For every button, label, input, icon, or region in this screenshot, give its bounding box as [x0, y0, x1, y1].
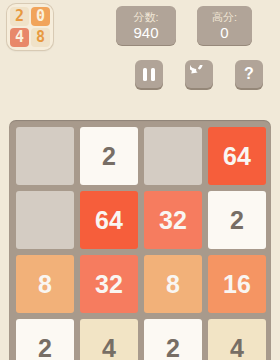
question-mark-icon: ? [244, 66, 254, 82]
logo-2048: 2048 [7, 4, 53, 50]
tile-64: 64 [80, 191, 138, 249]
pause-icon [143, 68, 155, 81]
empty-cell [16, 191, 74, 249]
tile-8: 8 [16, 255, 74, 313]
logo-tile-8: 8 [31, 28, 50, 47]
tile-16: 16 [208, 255, 266, 313]
tile-4: 4 [208, 319, 266, 360]
tile-8: 8 [144, 255, 202, 313]
logo-tile-0: 0 [31, 7, 50, 26]
game-screen: 2048 分数: 940 高分: 0 ? 264643228328162424 [0, 0, 280, 360]
best-score-box: 高分: 0 [197, 6, 252, 45]
pause-button[interactable] [135, 60, 163, 88]
tile-2: 2 [80, 127, 138, 185]
tile-2: 2 [16, 319, 74, 360]
help-button[interactable]: ? [235, 60, 263, 88]
game-board[interactable]: 264643228328162424 [9, 120, 271, 360]
score-label: 分数: [133, 11, 158, 24]
score-box: 分数: 940 [116, 6, 176, 45]
restart-button[interactable] [185, 60, 213, 88]
tile-2: 2 [144, 319, 202, 360]
logo-tile-2: 2 [10, 7, 29, 26]
tile-2: 2 [208, 191, 266, 249]
logo-tile-4: 4 [10, 28, 29, 47]
tile-32: 32 [144, 191, 202, 249]
score-value: 940 [133, 24, 158, 41]
restart-icon [190, 65, 209, 84]
tile-32: 32 [80, 255, 138, 313]
tile-64: 64 [208, 127, 266, 185]
empty-cell [144, 127, 202, 185]
best-score-label: 高分: [212, 11, 237, 24]
tile-4: 4 [80, 319, 138, 360]
empty-cell [16, 127, 74, 185]
best-score-value: 0 [220, 24, 228, 41]
